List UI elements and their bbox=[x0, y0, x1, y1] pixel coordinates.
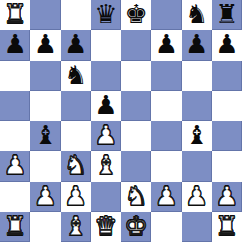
square-a2[interactable] bbox=[0, 182, 30, 212]
piece-black-pawn[interactable]: ♟ bbox=[64, 31, 87, 57]
square-h6[interactable] bbox=[212, 61, 242, 91]
square-e4[interactable] bbox=[121, 121, 151, 151]
piece-white-rook[interactable]: ♜ bbox=[3, 213, 26, 239]
piece-white-queen[interactable]: ♛ bbox=[94, 213, 117, 239]
square-d3[interactable]: ♝ bbox=[91, 151, 121, 181]
square-h4[interactable] bbox=[212, 121, 242, 151]
square-d5[interactable]: ♟ bbox=[91, 91, 121, 121]
square-c1[interactable]: ♝ bbox=[61, 212, 91, 242]
square-g8[interactable]: ♞ bbox=[182, 0, 212, 30]
square-a1[interactable]: ♜ bbox=[0, 212, 30, 242]
square-h2[interactable]: ♟ bbox=[212, 182, 242, 212]
piece-white-pawn[interactable]: ♟ bbox=[3, 152, 26, 178]
piece-black-knight[interactable]: ♞ bbox=[64, 62, 87, 88]
piece-white-pawn[interactable]: ♟ bbox=[155, 183, 178, 209]
square-e7[interactable] bbox=[121, 30, 151, 60]
piece-white-pawn[interactable]: ♟ bbox=[34, 183, 57, 209]
square-f2[interactable]: ♟ bbox=[151, 182, 181, 212]
square-b3[interactable] bbox=[30, 151, 60, 181]
chess-board: ♜♛♚♞♜♟♟♟♟♟♟♞♟♝♟♝♟♞♝♟♟♞♟♟♟♜♝♛♚♜ bbox=[0, 0, 242, 242]
piece-black-pawn[interactable]: ♟ bbox=[3, 31, 26, 57]
square-h5[interactable] bbox=[212, 91, 242, 121]
piece-black-pawn[interactable]: ♟ bbox=[155, 31, 178, 57]
square-a6[interactable] bbox=[0, 61, 30, 91]
piece-white-pawn[interactable]: ♟ bbox=[64, 183, 87, 209]
square-d4[interactable]: ♟ bbox=[91, 121, 121, 151]
square-c5[interactable] bbox=[61, 91, 91, 121]
square-g4[interactable]: ♝ bbox=[182, 121, 212, 151]
piece-white-knight[interactable]: ♞ bbox=[64, 152, 87, 178]
square-c4[interactable] bbox=[61, 121, 91, 151]
piece-white-pawn[interactable]: ♟ bbox=[215, 183, 238, 209]
piece-black-pawn[interactable]: ♟ bbox=[34, 31, 57, 57]
square-g7[interactable]: ♟ bbox=[182, 30, 212, 60]
square-a4[interactable] bbox=[0, 121, 30, 151]
square-g1[interactable] bbox=[182, 212, 212, 242]
square-f4[interactable] bbox=[151, 121, 181, 151]
square-h1[interactable]: ♜ bbox=[212, 212, 242, 242]
square-f6[interactable] bbox=[151, 61, 181, 91]
square-a3[interactable]: ♟ bbox=[0, 151, 30, 181]
square-b2[interactable]: ♟ bbox=[30, 182, 60, 212]
square-g3[interactable] bbox=[182, 151, 212, 181]
square-h7[interactable]: ♟ bbox=[212, 30, 242, 60]
piece-black-bishop[interactable]: ♝ bbox=[185, 122, 208, 148]
piece-black-rook[interactable]: ♜ bbox=[215, 1, 238, 27]
square-a8[interactable]: ♜ bbox=[0, 0, 30, 30]
square-e1[interactable]: ♚ bbox=[121, 212, 151, 242]
square-g2[interactable]: ♟ bbox=[182, 182, 212, 212]
square-b1[interactable] bbox=[30, 212, 60, 242]
piece-white-rook[interactable]: ♜ bbox=[215, 213, 238, 239]
square-b7[interactable]: ♟ bbox=[30, 30, 60, 60]
square-c3[interactable]: ♞ bbox=[61, 151, 91, 181]
piece-white-pawn[interactable]: ♟ bbox=[94, 122, 117, 148]
piece-black-pawn[interactable]: ♟ bbox=[94, 92, 117, 118]
square-e5[interactable] bbox=[121, 91, 151, 121]
square-a7[interactable]: ♟ bbox=[0, 30, 30, 60]
square-f3[interactable] bbox=[151, 151, 181, 181]
piece-white-bishop[interactable]: ♝ bbox=[94, 152, 117, 178]
square-c2[interactable]: ♟ bbox=[61, 182, 91, 212]
piece-white-pawn[interactable]: ♟ bbox=[185, 183, 208, 209]
piece-black-queen[interactable]: ♛ bbox=[94, 1, 117, 27]
square-f7[interactable]: ♟ bbox=[151, 30, 181, 60]
piece-black-pawn[interactable]: ♟ bbox=[215, 31, 238, 57]
square-f1[interactable] bbox=[151, 212, 181, 242]
square-d1[interactable]: ♛ bbox=[91, 212, 121, 242]
square-d7[interactable] bbox=[91, 30, 121, 60]
square-b5[interactable] bbox=[30, 91, 60, 121]
square-e8[interactable]: ♚ bbox=[121, 0, 151, 30]
piece-white-bishop[interactable]: ♝ bbox=[64, 213, 87, 239]
piece-white-rook[interactable]: ♜ bbox=[3, 1, 26, 27]
square-c6[interactable]: ♞ bbox=[61, 61, 91, 91]
square-d2[interactable] bbox=[91, 182, 121, 212]
square-g6[interactable] bbox=[182, 61, 212, 91]
square-e2[interactable]: ♞ bbox=[121, 182, 151, 212]
square-c8[interactable] bbox=[61, 0, 91, 30]
square-b4[interactable]: ♝ bbox=[30, 121, 60, 151]
piece-black-bishop[interactable]: ♝ bbox=[34, 122, 57, 148]
square-c7[interactable]: ♟ bbox=[61, 30, 91, 60]
piece-white-knight[interactable]: ♞ bbox=[124, 183, 147, 209]
piece-black-knight[interactable]: ♞ bbox=[185, 1, 208, 27]
piece-black-king[interactable]: ♚ bbox=[124, 1, 147, 27]
square-e6[interactable] bbox=[121, 61, 151, 91]
square-b8[interactable] bbox=[30, 0, 60, 30]
square-h3[interactable] bbox=[212, 151, 242, 181]
square-e3[interactable] bbox=[121, 151, 151, 181]
piece-white-king[interactable]: ♚ bbox=[124, 213, 147, 239]
square-h8[interactable]: ♜ bbox=[212, 0, 242, 30]
square-a5[interactable] bbox=[0, 91, 30, 121]
square-f8[interactable] bbox=[151, 0, 181, 30]
square-d6[interactable] bbox=[91, 61, 121, 91]
square-b6[interactable] bbox=[30, 61, 60, 91]
square-g5[interactable] bbox=[182, 91, 212, 121]
square-f5[interactable] bbox=[151, 91, 181, 121]
piece-black-pawn[interactable]: ♟ bbox=[185, 31, 208, 57]
square-d8[interactable]: ♛ bbox=[91, 0, 121, 30]
